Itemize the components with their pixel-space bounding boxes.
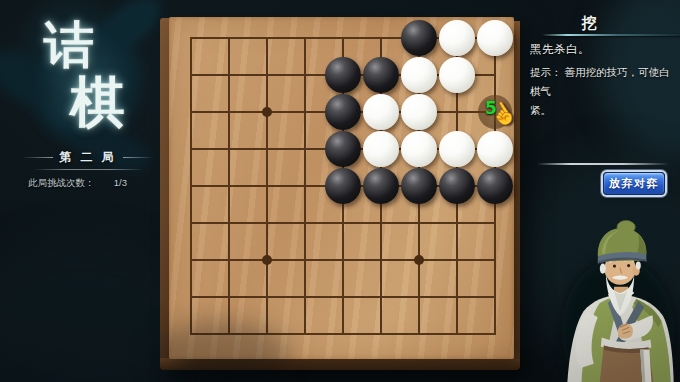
board-intersection[interactable] <box>324 93 362 130</box>
board-intersection[interactable] <box>172 315 210 352</box>
board-intersection[interactable] <box>476 56 514 93</box>
board-intersection[interactable] <box>248 130 286 167</box>
board-intersection[interactable] <box>362 19 400 56</box>
board-intersection[interactable] <box>172 204 210 241</box>
board-intersection[interactable] <box>210 315 248 352</box>
white-stone <box>439 131 475 167</box>
black-stone <box>401 20 437 56</box>
board-intersection[interactable] <box>362 167 400 204</box>
star-point <box>414 255 424 265</box>
board-intersection[interactable] <box>172 167 210 204</box>
board-intersection[interactable] <box>286 19 324 56</box>
divider <box>33 169 144 170</box>
objective-text: 黑先杀白。 <box>530 42 590 57</box>
board-intersection[interactable] <box>400 315 438 352</box>
black-stone <box>363 57 399 93</box>
black-stone <box>477 168 513 204</box>
white-stone <box>401 131 437 167</box>
black-stone <box>439 168 475 204</box>
board-intersection[interactable] <box>476 130 514 167</box>
board-intersection[interactable] <box>476 204 514 241</box>
board-intersection[interactable] <box>362 315 400 352</box>
attempts-label: 此局挑战次数： <box>28 177 95 190</box>
board-right-edge <box>514 21 520 359</box>
board-intersection[interactable] <box>438 204 476 241</box>
board-intersection[interactable] <box>362 93 400 130</box>
board-intersection[interactable] <box>324 204 362 241</box>
black-stone <box>401 168 437 204</box>
black-stone <box>325 94 361 130</box>
board-intersection[interactable] <box>362 204 400 241</box>
board-intersection[interactable] <box>400 167 438 204</box>
board-intersection[interactable] <box>400 241 438 278</box>
board-intersection[interactable] <box>286 130 324 167</box>
white-stone <box>401 57 437 93</box>
board-intersection[interactable] <box>438 315 476 352</box>
hint-text-line1: 提示： 善用挖的技巧，可使白棋气 <box>530 63 672 101</box>
board-intersection[interactable] <box>248 241 286 278</box>
board-intersection[interactable] <box>286 315 324 352</box>
white-stone <box>477 131 513 167</box>
attempts-value: 1/3 <box>114 177 127 190</box>
board-intersection[interactable] <box>210 19 248 56</box>
board-intersection[interactable] <box>286 56 324 93</box>
board-intersection[interactable] <box>476 241 514 278</box>
board-intersection[interactable] <box>324 315 362 352</box>
board-intersection[interactable] <box>438 19 476 56</box>
board-intersection[interactable] <box>248 204 286 241</box>
board-intersection[interactable] <box>438 167 476 204</box>
star-point <box>262 107 272 117</box>
board-intersection[interactable] <box>324 278 362 315</box>
white-stone <box>363 94 399 130</box>
board-intersection[interactable] <box>476 19 514 56</box>
decorative-line <box>123 157 154 158</box>
attempts-row: 此局挑战次数： 1/3 <box>28 177 127 190</box>
board-intersection[interactable] <box>286 278 324 315</box>
white-stone <box>439 20 475 56</box>
board-intersection[interactable] <box>172 241 210 278</box>
board-intersection[interactable] <box>210 130 248 167</box>
board-intersection[interactable] <box>324 19 362 56</box>
board-intersection[interactable] <box>400 56 438 93</box>
board-intersection[interactable] <box>324 130 362 167</box>
board-intersection[interactable] <box>210 167 248 204</box>
go-board-grid: 5 ☝ <box>172 19 514 352</box>
mode-title-char-1: 诘 <box>44 20 94 70</box>
board-intersection[interactable] <box>476 167 514 204</box>
board-intersection[interactable] <box>324 167 362 204</box>
puzzle-info-panel: 挖 黑先杀白。 提示： 善用挖的技巧，可使白棋气 紧。 放弃对弈 <box>529 0 680 382</box>
black-stone <box>363 168 399 204</box>
board-intersection[interactable] <box>362 241 400 278</box>
title-divider <box>543 34 680 36</box>
black-stone <box>325 57 361 93</box>
white-stone <box>401 94 437 130</box>
resign-button[interactable]: 放弃对弈 <box>603 172 665 195</box>
board-intersection[interactable] <box>400 93 438 130</box>
board-intersection[interactable] <box>438 241 476 278</box>
board-intersection[interactable] <box>248 167 286 204</box>
round-label: 第 二 局 <box>53 149 123 166</box>
white-stone <box>439 57 475 93</box>
round-label-row: 第 二 局 <box>22 149 154 166</box>
board-intersection[interactable] <box>172 19 210 56</box>
mode-title-char-2: 棋 <box>70 74 125 129</box>
board-intersection[interactable] <box>210 56 248 93</box>
board-intersection[interactable] <box>362 56 400 93</box>
board-intersection[interactable] <box>172 278 210 315</box>
board-intersection[interactable] <box>324 56 362 93</box>
game-screen: 诘 棋 第 二 局 此局挑战次数： 1/3 5 ☝ 挖 黑先杀白。 提示： 善用… <box>0 0 680 382</box>
board-intersection[interactable] <box>248 278 286 315</box>
board-intersection[interactable] <box>286 93 324 130</box>
board-intersection[interactable] <box>438 93 476 130</box>
white-stone <box>477 20 513 56</box>
board-intersection[interactable] <box>286 167 324 204</box>
board-intersection[interactable] <box>210 204 248 241</box>
board-intersection[interactable] <box>286 241 324 278</box>
board-intersection[interactable] <box>438 278 476 315</box>
white-stone <box>363 131 399 167</box>
board-intersection[interactable] <box>172 130 210 167</box>
board-intersection[interactable] <box>324 241 362 278</box>
board-intersection[interactable] <box>248 19 286 56</box>
board-intersection[interactable] <box>210 93 248 130</box>
board-intersection[interactable]: 5 ☝ <box>476 93 514 130</box>
black-stone <box>325 131 361 167</box>
board-intersection[interactable] <box>438 56 476 93</box>
board-intersection[interactable] <box>362 130 400 167</box>
divider <box>537 163 669 165</box>
board-intersection[interactable] <box>400 19 438 56</box>
board-intersection[interactable] <box>476 278 514 315</box>
star-point <box>262 255 272 265</box>
board-intersection[interactable] <box>400 130 438 167</box>
board-intersection[interactable] <box>210 278 248 315</box>
board-intersection[interactable] <box>172 93 210 130</box>
board-intersection[interactable] <box>286 204 324 241</box>
board-intersection[interactable] <box>248 93 286 130</box>
board-bottom-edge <box>160 358 520 370</box>
black-stone <box>325 168 361 204</box>
go-board: 5 ☝ <box>169 17 514 359</box>
hint-text: 提示： 善用挖的技巧，可使白棋气 紧。 <box>530 63 672 120</box>
board-intersection[interactable] <box>400 204 438 241</box>
board-intersection[interactable] <box>248 56 286 93</box>
board-intersection[interactable] <box>210 241 248 278</box>
ink-shape <box>88 0 170 63</box>
board-intersection[interactable] <box>400 278 438 315</box>
hint-text-line2: 紧。 <box>530 101 672 120</box>
board-intersection[interactable] <box>476 315 514 352</box>
technique-title: 挖 <box>529 14 649 33</box>
board-intersection[interactable] <box>248 315 286 352</box>
board-intersection[interactable] <box>438 130 476 167</box>
decorative-line <box>22 157 53 158</box>
hint-move-marker[interactable]: 5 ☝ <box>478 95 512 129</box>
board-intersection[interactable] <box>172 56 210 93</box>
board-intersection[interactable] <box>362 278 400 315</box>
